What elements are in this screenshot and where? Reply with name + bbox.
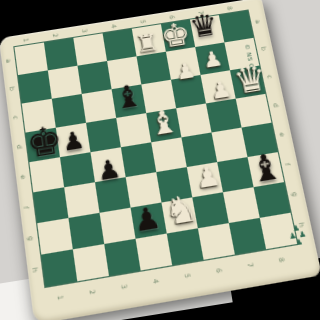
piece-black-queen-b1[interactable]: ♛ <box>187 10 221 42</box>
coord-label-4: 4 <box>110 24 117 29</box>
square-h8[interactable] <box>41 249 77 286</box>
piece-white-queen-a3[interactable]: ♛ <box>233 65 268 98</box>
coord-label-8: 8 <box>277 257 285 263</box>
coord-label-g: g <box>27 236 35 242</box>
piece-white-knight-d7[interactable]: ♞ <box>163 194 199 230</box>
coord-label-8: 8 <box>226 6 233 11</box>
piece-black-pawn-g4[interactable]: ♟ <box>56 121 91 155</box>
coord-label-g: g <box>291 192 299 197</box>
piece-black-bishop-a6[interactable]: ♝ <box>247 152 284 187</box>
piece-white-pawn-c2[interactable]: ♟ <box>168 50 203 83</box>
coord-label-a: a <box>254 19 261 24</box>
piece-white-bishop-d4[interactable]: ♝ <box>146 106 181 140</box>
coord-label-3: 3 <box>120 284 128 290</box>
coord-label-2: 2 <box>52 33 59 38</box>
piece-black-pawn-e7[interactable]: ♟ <box>129 200 165 236</box>
chess-mat: ♜♚♛♟♟♟♛♝♚♟♝♟♟♝♟♞ 1234567812345678abcdefg… <box>0 0 320 320</box>
coord-label-h: h <box>31 267 39 273</box>
coord-label-e: e <box>278 132 286 137</box>
coord-label-b: b <box>260 46 267 51</box>
coord-label-5: 5 <box>139 19 146 24</box>
coord-label-b: b <box>8 86 15 91</box>
coord-label-4: 4 <box>152 279 160 285</box>
square-g8[interactable] <box>73 244 109 281</box>
coord-label-f: f <box>284 163 291 166</box>
coord-label-7: 7 <box>246 262 254 268</box>
coord-label-c: c <box>12 115 19 120</box>
square-f8[interactable] <box>104 239 140 276</box>
coord-label-f: f <box>22 206 29 210</box>
coord-label-5: 5 <box>183 273 191 279</box>
coord-label-6: 6 <box>215 268 223 274</box>
square-e8[interactable] <box>136 234 173 271</box>
coord-label-a: a <box>5 58 12 63</box>
coord-label-e: e <box>19 174 26 179</box>
coord-label-1: 1 <box>56 295 64 301</box>
coord-label-d: d <box>16 144 23 149</box>
board-frame: ♜♚♛♟♟♟♛♝♚♟♝♟♟♝♟♞ <box>14 11 297 287</box>
coord-label-3: 3 <box>81 29 88 34</box>
piece-black-pawn-f5[interactable]: ♟ <box>91 149 126 184</box>
piece-white-pawn-c6[interactable]: ♟ <box>189 157 225 192</box>
coord-label-2: 2 <box>88 289 96 295</box>
piece-white-rook-d1[interactable]: ♜ <box>130 25 164 57</box>
coord-label-1: 1 <box>22 38 29 43</box>
coord-label-d: d <box>272 103 279 108</box>
piece-black-bishop-e3[interactable]: ♝ <box>111 80 146 113</box>
pawn-diamond-logo-icon: ♟♟ ♟♟ <box>285 224 310 248</box>
